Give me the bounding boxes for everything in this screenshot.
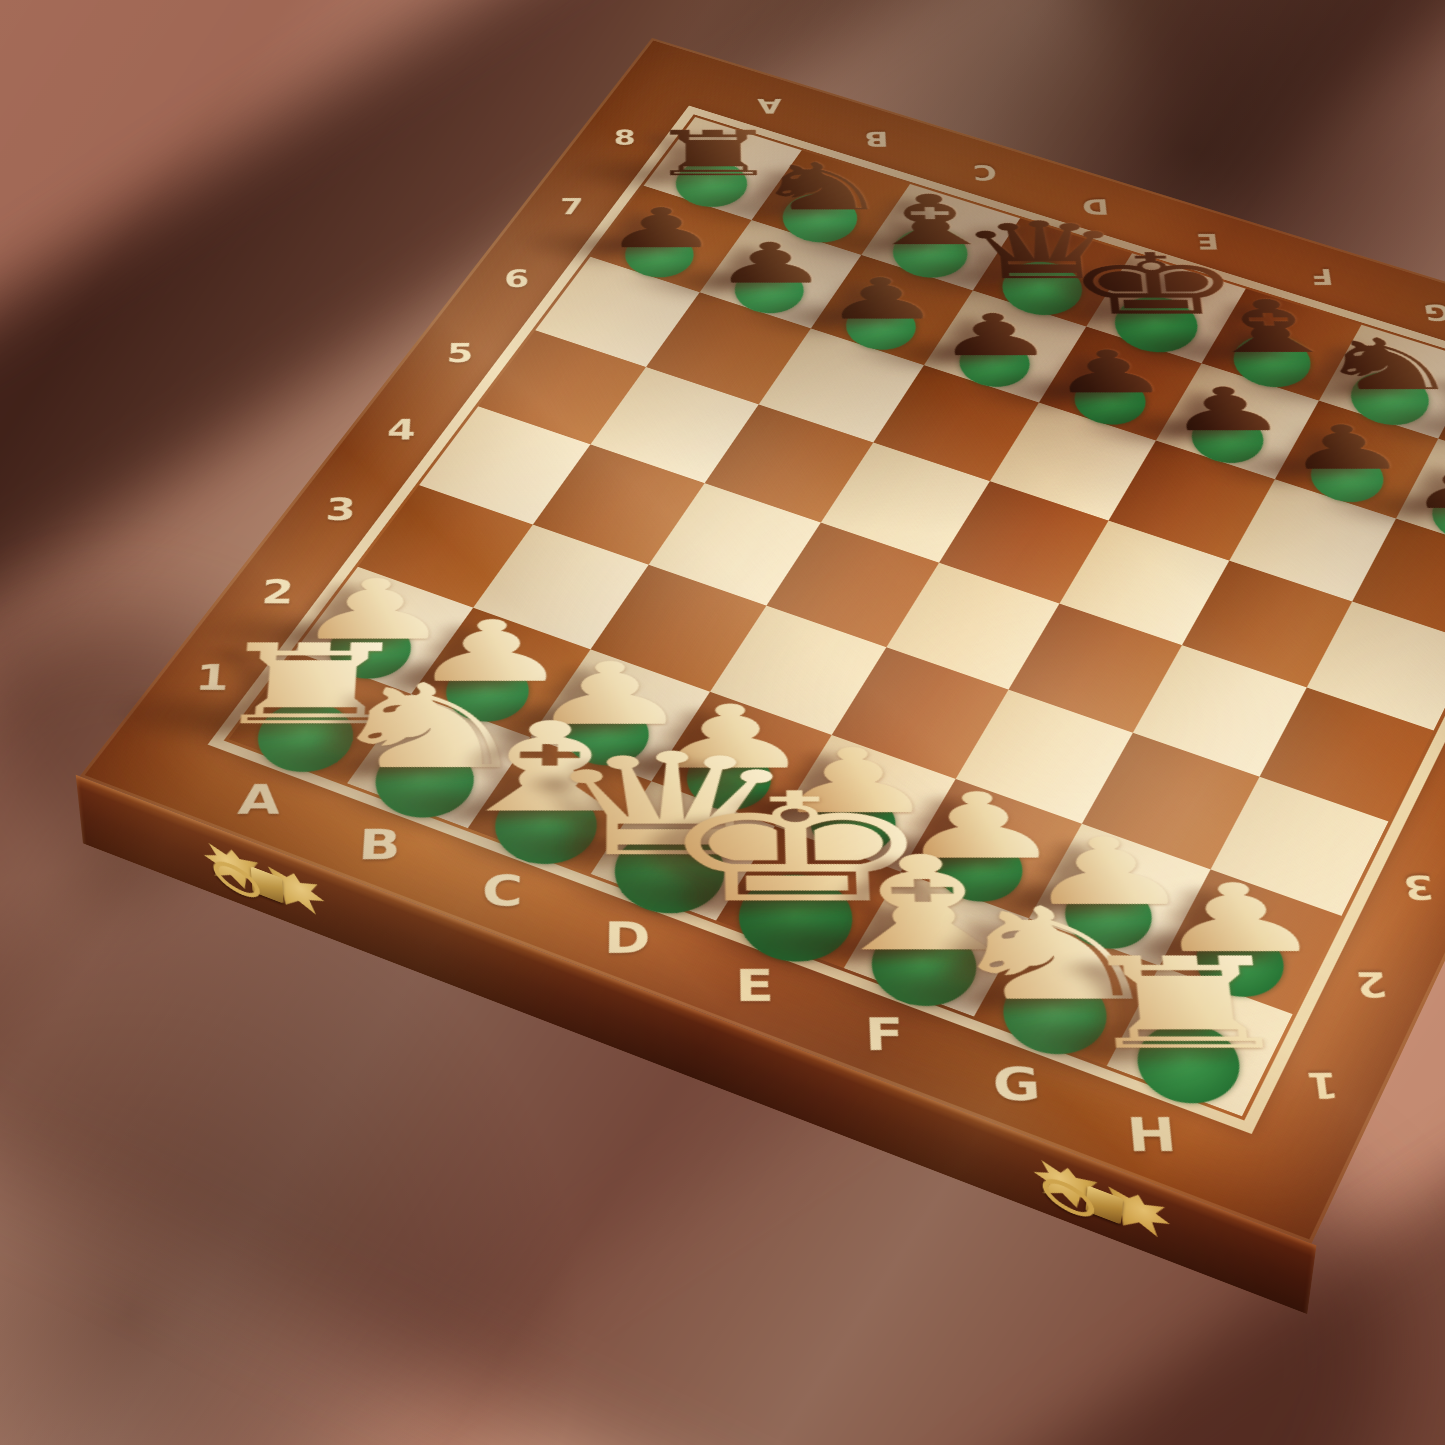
scene: 1234567812345678ABCDEFGHABCDEFGH ♜♞♝♟♛♟♚… bbox=[0, 0, 1445, 1445]
